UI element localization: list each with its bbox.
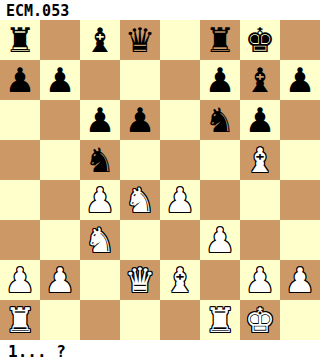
square-b7[interactable]: ♟ xyxy=(40,60,80,100)
square-g8[interactable]: ♚ xyxy=(240,20,280,60)
square-c6[interactable]: ♟ xyxy=(80,100,120,140)
black-rook-a8[interactable]: ♜ xyxy=(0,20,40,60)
square-g5[interactable]: ♝ xyxy=(240,140,280,180)
square-g4[interactable] xyxy=(240,180,280,220)
black-knight-f6[interactable]: ♞ xyxy=(200,100,240,140)
square-b2[interactable]: ♟ xyxy=(40,260,80,300)
black-pawn-h7[interactable]: ♟ xyxy=(280,60,320,100)
white-rook-f1[interactable]: ♜ xyxy=(200,300,240,340)
square-d4[interactable]: ♞ xyxy=(120,180,160,220)
square-f7[interactable]: ♟ xyxy=(200,60,240,100)
square-e4[interactable]: ♟ xyxy=(160,180,200,220)
square-a2[interactable]: ♟ xyxy=(0,260,40,300)
square-e2[interactable]: ♝ xyxy=(160,260,200,300)
square-h8[interactable] xyxy=(280,20,320,60)
white-pawn-f3[interactable]: ♟ xyxy=(200,220,240,260)
square-c1[interactable] xyxy=(80,300,120,340)
square-b1[interactable] xyxy=(40,300,80,340)
square-c4[interactable]: ♟ xyxy=(80,180,120,220)
square-e5[interactable] xyxy=(160,140,200,180)
square-b8[interactable] xyxy=(40,20,80,60)
square-h7[interactable]: ♟ xyxy=(280,60,320,100)
black-knight-c5[interactable]: ♞ xyxy=(80,140,120,180)
white-king-g1[interactable]: ♚ xyxy=(240,300,280,340)
square-a6[interactable] xyxy=(0,100,40,140)
white-pawn-b2[interactable]: ♟ xyxy=(40,260,80,300)
square-a4[interactable] xyxy=(0,180,40,220)
white-bishop-g5[interactable]: ♝ xyxy=(240,140,280,180)
square-h2[interactable]: ♟ xyxy=(280,260,320,300)
chess-board: ♜♝♛♜♚♟♟♟♝♟♟♟♞♟♞♝♟♞♟♞♟♟♟♛♝♟♟♜♜♚ xyxy=(0,20,320,340)
square-e8[interactable] xyxy=(160,20,200,60)
black-bishop-c8[interactable]: ♝ xyxy=(80,20,120,60)
black-queen-d8[interactable]: ♛ xyxy=(120,20,160,60)
square-f8[interactable]: ♜ xyxy=(200,20,240,60)
square-d8[interactable]: ♛ xyxy=(120,20,160,60)
square-e1[interactable] xyxy=(160,300,200,340)
square-d1[interactable] xyxy=(120,300,160,340)
square-g7[interactable]: ♝ xyxy=(240,60,280,100)
square-g6[interactable]: ♟ xyxy=(240,100,280,140)
square-c8[interactable]: ♝ xyxy=(80,20,120,60)
white-bishop-e2[interactable]: ♝ xyxy=(160,260,200,300)
move-prompt: 1... ? xyxy=(0,340,320,360)
white-pawn-e4[interactable]: ♟ xyxy=(160,180,200,220)
square-d3[interactable] xyxy=(120,220,160,260)
black-king-g8[interactable]: ♚ xyxy=(240,20,280,60)
square-f3[interactable]: ♟ xyxy=(200,220,240,260)
square-a8[interactable]: ♜ xyxy=(0,20,40,60)
black-pawn-d6[interactable]: ♟ xyxy=(120,100,160,140)
square-e3[interactable] xyxy=(160,220,200,260)
square-f1[interactable]: ♜ xyxy=(200,300,240,340)
white-pawn-c4[interactable]: ♟ xyxy=(80,180,120,220)
black-bishop-g7[interactable]: ♝ xyxy=(240,60,280,100)
white-knight-d4[interactable]: ♞ xyxy=(120,180,160,220)
square-a7[interactable]: ♟ xyxy=(0,60,40,100)
square-h1[interactable] xyxy=(280,300,320,340)
square-f5[interactable] xyxy=(200,140,240,180)
black-rook-f8[interactable]: ♜ xyxy=(200,20,240,60)
square-b5[interactable] xyxy=(40,140,80,180)
square-e7[interactable] xyxy=(160,60,200,100)
square-h5[interactable] xyxy=(280,140,320,180)
white-pawn-g2[interactable]: ♟ xyxy=(240,260,280,300)
square-a1[interactable]: ♜ xyxy=(0,300,40,340)
square-g2[interactable]: ♟ xyxy=(240,260,280,300)
square-d2[interactable]: ♛ xyxy=(120,260,160,300)
black-pawn-a7[interactable]: ♟ xyxy=(0,60,40,100)
square-h4[interactable] xyxy=(280,180,320,220)
square-d5[interactable] xyxy=(120,140,160,180)
square-f4[interactable] xyxy=(200,180,240,220)
white-pawn-h2[interactable]: ♟ xyxy=(280,260,320,300)
square-f2[interactable] xyxy=(200,260,240,300)
square-h3[interactable] xyxy=(280,220,320,260)
white-knight-c3[interactable]: ♞ xyxy=(80,220,120,260)
square-c7[interactable] xyxy=(80,60,120,100)
puzzle-title: ECM.053 xyxy=(0,0,320,20)
white-pawn-a2[interactable]: ♟ xyxy=(0,260,40,300)
square-a5[interactable] xyxy=(0,140,40,180)
square-e6[interactable] xyxy=(160,100,200,140)
square-b3[interactable] xyxy=(40,220,80,260)
square-h6[interactable] xyxy=(280,100,320,140)
square-d6[interactable]: ♟ xyxy=(120,100,160,140)
square-g3[interactable] xyxy=(240,220,280,260)
black-pawn-f7[interactable]: ♟ xyxy=(200,60,240,100)
square-b4[interactable] xyxy=(40,180,80,220)
square-b6[interactable] xyxy=(40,100,80,140)
black-pawn-g6[interactable]: ♟ xyxy=(240,100,280,140)
square-a3[interactable] xyxy=(0,220,40,260)
chess-puzzle-window: ECM.053 ♜♝♛♜♚♟♟♟♝♟♟♟♞♟♞♝♟♞♟♞♟♟♟♛♝♟♟♜♜♚ 1… xyxy=(0,0,320,360)
black-pawn-b7[interactable]: ♟ xyxy=(40,60,80,100)
white-rook-a1[interactable]: ♜ xyxy=(0,300,40,340)
square-f6[interactable]: ♞ xyxy=(200,100,240,140)
square-d7[interactable] xyxy=(120,60,160,100)
square-c2[interactable] xyxy=(80,260,120,300)
square-g1[interactable]: ♚ xyxy=(240,300,280,340)
square-c3[interactable]: ♞ xyxy=(80,220,120,260)
white-queen-d2[interactable]: ♛ xyxy=(120,260,160,300)
square-c5[interactable]: ♞ xyxy=(80,140,120,180)
black-pawn-c6[interactable]: ♟ xyxy=(80,100,120,140)
